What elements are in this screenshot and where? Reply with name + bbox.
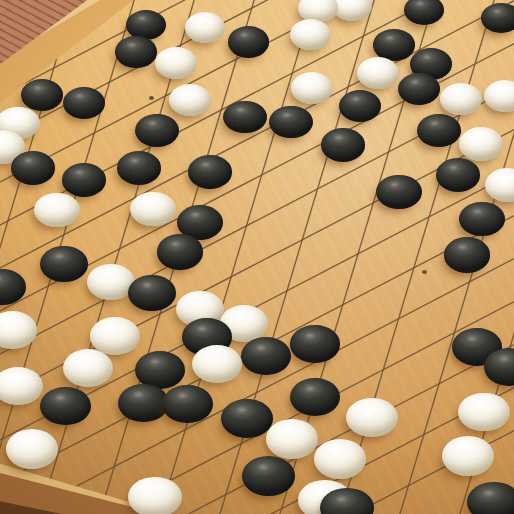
black-stone[interactable] [436,158,481,192]
black-stone[interactable] [223,101,266,134]
white-stone[interactable] [0,367,43,405]
star-point [422,270,427,274]
black-stone[interactable] [398,73,440,105]
white-stone[interactable] [128,477,182,514]
black-stone[interactable] [290,378,341,417]
black-stone[interactable] [459,202,505,237]
white-stone[interactable] [290,19,331,50]
white-stone[interactable] [192,345,242,383]
black-stone[interactable] [269,106,312,139]
white-stone[interactable] [63,349,113,387]
black-stone[interactable] [0,269,26,305]
black-stone[interactable] [221,399,272,438]
white-stone[interactable] [440,83,483,115]
black-stone[interactable] [467,482,514,514]
black-stone[interactable] [117,151,162,185]
stones-layer[interactable] [0,0,514,514]
white-stone[interactable] [357,57,399,89]
white-stone[interactable] [332,0,372,21]
black-stone[interactable] [115,36,156,68]
black-stone[interactable] [135,114,179,147]
black-stone[interactable] [162,385,213,424]
black-stone[interactable] [241,337,291,375]
white-stone[interactable] [442,436,494,476]
white-stone[interactable] [130,192,176,227]
white-stone[interactable] [485,168,514,202]
black-stone[interactable] [228,26,269,57]
black-stone[interactable] [188,155,233,189]
black-stone[interactable] [62,163,107,197]
white-stone[interactable] [458,393,509,432]
white-stone[interactable] [34,193,80,228]
white-stone[interactable] [346,398,397,437]
white-stone[interactable] [0,311,37,348]
white-stone[interactable] [459,127,503,160]
black-stone[interactable] [40,387,91,426]
white-stone[interactable] [155,47,197,79]
black-stone[interactable] [376,175,421,209]
black-stone[interactable] [242,456,295,496]
black-stone[interactable] [290,325,339,363]
black-stone[interactable] [321,128,365,161]
white-stone[interactable] [291,72,333,104]
black-stone[interactable] [404,0,444,25]
black-stone[interactable] [118,384,169,423]
white-stone[interactable] [266,419,318,459]
black-stone[interactable] [373,29,414,60]
black-stone[interactable] [40,246,87,282]
black-stone[interactable] [417,114,461,147]
white-stone[interactable] [169,84,212,117]
black-stone[interactable] [157,234,204,270]
black-stone[interactable] [339,90,382,123]
black-stone[interactable] [444,237,491,273]
black-stone[interactable] [128,275,176,312]
white-stone[interactable] [90,317,139,354]
white-stone[interactable] [314,439,367,479]
black-stone[interactable] [11,151,56,185]
black-stone[interactable] [63,87,106,120]
black-stone[interactable] [21,79,64,111]
white-stone[interactable] [484,80,514,112]
white-stone[interactable] [185,12,226,43]
black-stone[interactable] [481,3,514,34]
go-board-photo [0,0,514,514]
star-point [149,96,154,100]
white-stone[interactable] [6,429,58,469]
